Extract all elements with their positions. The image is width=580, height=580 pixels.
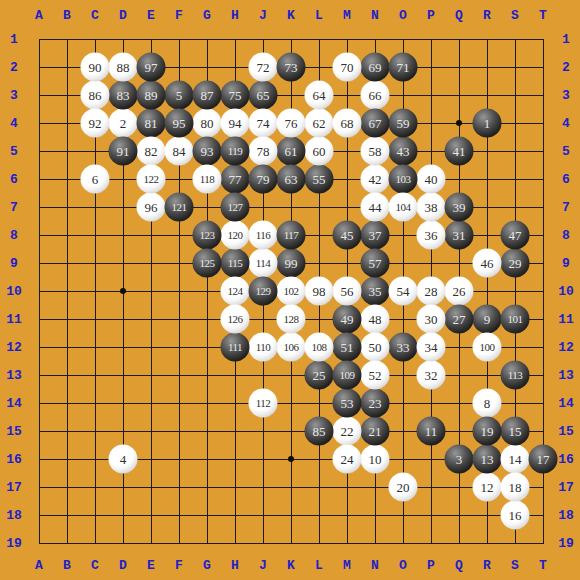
stone-N14[interactable]: 23 — [361, 389, 390, 418]
move-number: 41 — [453, 145, 466, 158]
stone-T16[interactable]: 17 — [529, 445, 558, 474]
move-number: 70 — [341, 61, 354, 74]
stone-J14[interactable]: 112 — [249, 389, 278, 418]
stone-N6[interactable]: 42 — [361, 165, 390, 194]
move-number: 42 — [369, 173, 382, 186]
move-number: 29 — [509, 257, 522, 270]
row-label-right-5: 5 — [562, 145, 570, 158]
move-number: 58 — [369, 145, 382, 158]
stone-H8[interactable]: 120 — [221, 221, 250, 250]
move-number: 94 — [229, 117, 242, 130]
move-number: 69 — [369, 61, 382, 74]
move-number: 100 — [480, 342, 495, 353]
star-point-D10 — [120, 288, 126, 294]
move-number: 111 — [228, 342, 242, 353]
col-label-top-F: F — [175, 9, 183, 22]
stone-O2[interactable]: 71 — [389, 53, 418, 82]
stone-H11[interactable]: 126 — [221, 305, 250, 334]
move-number: 65 — [257, 89, 270, 102]
stone-H12[interactable]: 111 — [221, 333, 250, 362]
stone-N2[interactable]: 69 — [361, 53, 390, 82]
move-number: 55 — [313, 173, 326, 186]
stone-R14[interactable]: 8 — [473, 389, 502, 418]
col-label-bottom-T: T — [539, 559, 547, 572]
grid-line-horizontal — [39, 403, 544, 404]
col-label-bottom-N: N — [371, 559, 379, 572]
move-number: 21 — [369, 425, 382, 438]
move-number: 43 — [397, 145, 410, 158]
stone-O10[interactable]: 54 — [389, 277, 418, 306]
move-number: 13 — [481, 453, 494, 466]
move-number: 86 — [89, 89, 102, 102]
stone-K12[interactable]: 106 — [277, 333, 306, 362]
move-number: 117 — [284, 230, 299, 241]
stone-D2[interactable]: 88 — [109, 53, 138, 82]
col-label-top-S: S — [511, 9, 519, 22]
stone-K6[interactable]: 63 — [277, 165, 306, 194]
stone-R9[interactable]: 46 — [473, 249, 502, 278]
stone-J4[interactable]: 74 — [249, 109, 278, 138]
stone-M13[interactable]: 109 — [333, 361, 362, 390]
row-label-right-7: 7 — [562, 201, 570, 214]
stone-E6[interactable]: 122 — [137, 165, 166, 194]
stone-D4[interactable]: 2 — [109, 109, 138, 138]
move-number: 39 — [453, 201, 466, 214]
stone-L15[interactable]: 85 — [305, 417, 334, 446]
row-label-left-8: 8 — [10, 229, 18, 242]
row-label-left-18: 18 — [6, 509, 22, 522]
stone-M8[interactable]: 45 — [333, 221, 362, 250]
stone-M16[interactable]: 24 — [333, 445, 362, 474]
move-number: 48 — [369, 313, 382, 326]
move-number: 109 — [340, 370, 355, 381]
stone-R15[interactable]: 19 — [473, 417, 502, 446]
move-number: 56 — [341, 285, 354, 298]
stone-D3[interactable]: 83 — [109, 81, 138, 110]
move-number: 84 — [173, 145, 186, 158]
move-number: 67 — [369, 117, 382, 130]
col-label-bottom-F: F — [175, 559, 183, 572]
stone-L4[interactable]: 62 — [305, 109, 334, 138]
row-label-right-6: 6 — [562, 173, 570, 186]
stone-M15[interactable]: 22 — [333, 417, 362, 446]
move-number: 125 — [200, 258, 215, 269]
row-label-right-14: 14 — [558, 397, 574, 410]
stone-F3[interactable]: 5 — [165, 81, 194, 110]
stone-S15[interactable]: 15 — [501, 417, 530, 446]
stone-M11[interactable]: 49 — [333, 305, 362, 334]
stone-L10[interactable]: 98 — [305, 277, 334, 306]
stone-N4[interactable]: 67 — [361, 109, 390, 138]
col-label-top-P: P — [427, 9, 435, 22]
stone-S13[interactable]: 113 — [501, 361, 530, 390]
stone-L3[interactable]: 64 — [305, 81, 334, 110]
row-label-left-9: 9 — [10, 257, 18, 270]
stone-Q16[interactable]: 3 — [445, 445, 474, 474]
row-label-left-16: 16 — [6, 453, 22, 466]
move-number: 40 — [425, 173, 438, 186]
stone-N10[interactable]: 35 — [361, 277, 390, 306]
move-number: 8 — [484, 397, 491, 410]
move-number: 33 — [397, 341, 410, 354]
move-number: 83 — [117, 89, 130, 102]
stone-R12[interactable]: 100 — [473, 333, 502, 362]
row-label-right-12: 12 — [558, 341, 574, 354]
stone-M14[interactable]: 53 — [333, 389, 362, 418]
move-number: 63 — [285, 173, 298, 186]
move-number: 101 — [508, 314, 523, 325]
col-label-top-C: C — [91, 9, 99, 22]
move-number: 27 — [453, 313, 466, 326]
move-number: 53 — [341, 397, 354, 410]
col-label-top-O: O — [399, 9, 407, 22]
stone-J12[interactable]: 110 — [249, 333, 278, 362]
row-label-right-10: 10 — [558, 285, 574, 298]
move-number: 24 — [341, 453, 354, 466]
move-number: 9 — [484, 313, 491, 326]
row-label-left-2: 2 — [10, 61, 18, 74]
col-label-top-L: L — [315, 9, 323, 22]
stone-S9[interactable]: 29 — [501, 249, 530, 278]
stone-L12[interactable]: 108 — [305, 333, 334, 362]
stone-S11[interactable]: 101 — [501, 305, 530, 334]
col-label-bottom-Q: Q — [455, 559, 463, 572]
move-number: 85 — [313, 425, 326, 438]
stone-N15[interactable]: 21 — [361, 417, 390, 446]
stone-S17[interactable]: 18 — [501, 473, 530, 502]
stone-O4[interactable]: 59 — [389, 109, 418, 138]
row-label-right-8: 8 — [562, 229, 570, 242]
stone-J6[interactable]: 79 — [249, 165, 278, 194]
move-number: 12 — [481, 481, 494, 494]
stone-H7[interactable]: 127 — [221, 193, 250, 222]
stone-N5[interactable]: 58 — [361, 137, 390, 166]
move-number: 3 — [456, 453, 463, 466]
stone-S8[interactable]: 47 — [501, 221, 530, 250]
stone-C3[interactable]: 86 — [81, 81, 110, 110]
row-label-left-1: 1 — [10, 33, 18, 46]
move-number: 116 — [256, 230, 271, 241]
col-label-bottom-L: L — [315, 559, 323, 572]
move-number: 10 — [369, 453, 382, 466]
move-number: 25 — [313, 369, 326, 382]
stone-N9[interactable]: 57 — [361, 249, 390, 278]
stone-O6[interactable]: 103 — [389, 165, 418, 194]
stone-K10[interactable]: 102 — [277, 277, 306, 306]
stone-P15[interactable]: 11 — [417, 417, 446, 446]
move-number: 77 — [229, 173, 242, 186]
move-number: 78 — [257, 145, 270, 158]
stone-L5[interactable]: 60 — [305, 137, 334, 166]
stone-F5[interactable]: 84 — [165, 137, 194, 166]
move-number: 20 — [397, 481, 410, 494]
stone-O5[interactable]: 43 — [389, 137, 418, 166]
stone-M12[interactable]: 51 — [333, 333, 362, 362]
stone-N12[interactable]: 50 — [361, 333, 390, 362]
stone-S18[interactable]: 16 — [501, 501, 530, 530]
stone-M4[interactable]: 68 — [333, 109, 362, 138]
stone-G5[interactable]: 93 — [193, 137, 222, 166]
row-label-right-13: 13 — [558, 369, 574, 382]
stone-H6[interactable]: 77 — [221, 165, 250, 194]
move-number: 23 — [369, 397, 382, 410]
stone-J8[interactable]: 116 — [249, 221, 278, 250]
move-number: 57 — [369, 257, 382, 270]
stone-G8[interactable]: 123 — [193, 221, 222, 250]
col-label-top-T: T — [539, 9, 547, 22]
col-label-bottom-E: E — [147, 559, 155, 572]
move-number: 97 — [145, 61, 158, 74]
stone-K9[interactable]: 99 — [277, 249, 306, 278]
move-number: 103 — [396, 174, 411, 185]
stone-G9[interactable]: 125 — [193, 249, 222, 278]
stone-K11[interactable]: 128 — [277, 305, 306, 334]
stone-J10[interactable]: 129 — [249, 277, 278, 306]
stone-R17[interactable]: 12 — [473, 473, 502, 502]
stone-O7[interactable]: 104 — [389, 193, 418, 222]
row-label-left-5: 5 — [10, 145, 18, 158]
col-label-bottom-C: C — [91, 559, 99, 572]
move-number: 110 — [256, 342, 271, 353]
stone-H3[interactable]: 75 — [221, 81, 250, 110]
stone-L6[interactable]: 55 — [305, 165, 334, 194]
stone-E3[interactable]: 89 — [137, 81, 166, 110]
stone-J9[interactable]: 114 — [249, 249, 278, 278]
stone-D16[interactable]: 4 — [109, 445, 138, 474]
move-number: 74 — [257, 117, 270, 130]
stone-E4[interactable]: 81 — [137, 109, 166, 138]
stone-Q5[interactable]: 41 — [445, 137, 474, 166]
move-number: 114 — [256, 258, 271, 269]
move-number: 92 — [89, 117, 102, 130]
row-label-right-2: 2 — [562, 61, 570, 74]
move-number: 46 — [481, 257, 494, 270]
stone-H10[interactable]: 124 — [221, 277, 250, 306]
grid-line-horizontal — [39, 375, 544, 376]
stone-N16[interactable]: 10 — [361, 445, 390, 474]
row-label-right-1: 1 — [562, 33, 570, 46]
stone-H5[interactable]: 119 — [221, 137, 250, 166]
stone-P8[interactable]: 36 — [417, 221, 446, 250]
move-number: 60 — [313, 145, 326, 158]
row-label-right-3: 3 — [562, 89, 570, 102]
move-number: 28 — [425, 285, 438, 298]
stone-Q7[interactable]: 39 — [445, 193, 474, 222]
stone-D5[interactable]: 91 — [109, 137, 138, 166]
row-label-left-3: 3 — [10, 89, 18, 102]
grid-line-horizontal — [39, 431, 544, 432]
move-number: 104 — [396, 202, 411, 213]
col-label-bottom-R: R — [483, 559, 491, 572]
move-number: 72 — [257, 61, 270, 74]
stone-P13[interactable]: 32 — [417, 361, 446, 390]
stone-S16[interactable]: 14 — [501, 445, 530, 474]
col-label-top-B: B — [63, 9, 71, 22]
move-number: 112 — [256, 398, 271, 409]
stone-P10[interactable]: 28 — [417, 277, 446, 306]
move-number: 66 — [369, 89, 382, 102]
stone-F4[interactable]: 95 — [165, 109, 194, 138]
move-number: 99 — [285, 257, 298, 270]
stone-G4[interactable]: 80 — [193, 109, 222, 138]
move-number: 80 — [201, 117, 214, 130]
stone-H9[interactable]: 115 — [221, 249, 250, 278]
col-label-top-D: D — [119, 9, 127, 22]
move-number: 38 — [425, 201, 438, 214]
move-number: 88 — [117, 61, 130, 74]
move-number: 91 — [117, 145, 130, 158]
stone-K8[interactable]: 117 — [277, 221, 306, 250]
col-label-bottom-K: K — [287, 559, 295, 572]
stone-H4[interactable]: 94 — [221, 109, 250, 138]
move-number: 47 — [509, 229, 522, 242]
stone-K2[interactable]: 73 — [277, 53, 306, 82]
row-label-left-17: 17 — [6, 481, 22, 494]
row-label-left-11: 11 — [6, 313, 22, 326]
stone-C2[interactable]: 90 — [81, 53, 110, 82]
move-number: 5 — [176, 89, 183, 102]
move-number: 90 — [89, 61, 102, 74]
row-label-left-10: 10 — [6, 285, 22, 298]
move-number: 122 — [144, 174, 159, 185]
move-number: 61 — [285, 145, 298, 158]
row-label-left-14: 14 — [6, 397, 22, 410]
col-label-bottom-J: J — [259, 559, 267, 572]
stone-C4[interactable]: 92 — [81, 109, 110, 138]
move-number: 34 — [425, 341, 438, 354]
col-label-bottom-G: G — [203, 559, 211, 572]
stone-O12[interactable]: 33 — [389, 333, 418, 362]
stone-O17[interactable]: 20 — [389, 473, 418, 502]
stone-J5[interactable]: 78 — [249, 137, 278, 166]
move-number: 79 — [257, 173, 270, 186]
move-number: 82 — [145, 145, 158, 158]
move-number: 87 — [201, 89, 214, 102]
col-label-top-J: J — [259, 9, 267, 22]
stone-N11[interactable]: 48 — [361, 305, 390, 334]
stone-N8[interactable]: 37 — [361, 221, 390, 250]
move-number: 31 — [453, 229, 466, 242]
stone-E5[interactable]: 82 — [137, 137, 166, 166]
stone-N13[interactable]: 52 — [361, 361, 390, 390]
col-label-bottom-D: D — [119, 559, 127, 572]
col-label-bottom-S: S — [511, 559, 519, 572]
move-number: 37 — [369, 229, 382, 242]
col-label-bottom-O: O — [399, 559, 407, 572]
col-label-top-G: G — [203, 9, 211, 22]
move-number: 32 — [425, 369, 438, 382]
stone-E2[interactable]: 97 — [137, 53, 166, 82]
move-number: 2 — [120, 117, 127, 130]
row-label-right-9: 9 — [562, 257, 570, 270]
stone-Q8[interactable]: 31 — [445, 221, 474, 250]
stone-E7[interactable]: 96 — [137, 193, 166, 222]
col-label-bottom-M: M — [343, 559, 351, 572]
stone-F7[interactable]: 121 — [165, 193, 194, 222]
stone-J3[interactable]: 65 — [249, 81, 278, 110]
row-label-right-11: 11 — [558, 313, 574, 326]
stone-P12[interactable]: 34 — [417, 333, 446, 362]
move-number: 52 — [369, 369, 382, 382]
stone-P11[interactable]: 30 — [417, 305, 446, 334]
move-number: 36 — [425, 229, 438, 242]
move-number: 64 — [313, 89, 326, 102]
stone-P6[interactable]: 40 — [417, 165, 446, 194]
move-number: 51 — [341, 341, 354, 354]
move-number: 17 — [537, 453, 550, 466]
move-number: 35 — [369, 285, 382, 298]
grid-line-horizontal — [39, 543, 544, 544]
row-label-left-19: 19 — [6, 537, 22, 550]
col-label-top-M: M — [343, 9, 351, 22]
row-label-right-17: 17 — [558, 481, 574, 494]
move-number: 15 — [509, 425, 522, 438]
col-label-bottom-B: B — [63, 559, 71, 572]
row-label-right-18: 18 — [558, 509, 574, 522]
move-number: 45 — [341, 229, 354, 242]
col-label-bottom-H: H — [231, 559, 239, 572]
stone-K4[interactable]: 76 — [277, 109, 306, 138]
col-label-bottom-A: A — [35, 559, 43, 572]
star-point-Q4 — [456, 120, 462, 126]
col-label-top-K: K — [287, 9, 295, 22]
move-number: 108 — [312, 342, 327, 353]
stone-Q11[interactable]: 27 — [445, 305, 474, 334]
move-number: 76 — [285, 117, 298, 130]
row-label-right-15: 15 — [558, 425, 574, 438]
stone-P7[interactable]: 38 — [417, 193, 446, 222]
stone-M10[interactable]: 56 — [333, 277, 362, 306]
move-number: 14 — [509, 453, 522, 466]
move-number: 59 — [397, 117, 410, 130]
move-number: 119 — [228, 146, 243, 157]
go-board[interactable]: AABBCCDDEEFFGGHHJJKKLLMMNNOOPPQQRRSSTT11… — [0, 0, 580, 580]
move-number: 127 — [228, 202, 243, 213]
stone-R16[interactable]: 13 — [473, 445, 502, 474]
star-point-K16 — [288, 456, 294, 462]
move-number: 93 — [201, 145, 214, 158]
move-number: 75 — [229, 89, 242, 102]
move-number: 73 — [285, 61, 298, 74]
stone-N7[interactable]: 44 — [361, 193, 390, 222]
stone-M2[interactable]: 70 — [333, 53, 362, 82]
move-number: 16 — [509, 509, 522, 522]
stone-R11[interactable]: 9 — [473, 305, 502, 334]
row-label-left-15: 15 — [6, 425, 22, 438]
move-number: 120 — [228, 230, 243, 241]
move-number: 118 — [200, 174, 215, 185]
stone-K5[interactable]: 61 — [277, 137, 306, 166]
move-number: 11 — [425, 425, 438, 438]
col-label-top-R: R — [483, 9, 491, 22]
stone-C6[interactable]: 6 — [81, 165, 110, 194]
stone-R4[interactable]: 1 — [473, 109, 502, 138]
stone-J2[interactable]: 72 — [249, 53, 278, 82]
move-number: 129 — [256, 286, 271, 297]
move-number: 106 — [284, 342, 299, 353]
stone-G6[interactable]: 118 — [193, 165, 222, 194]
stone-L13[interactable]: 25 — [305, 361, 334, 390]
move-number: 1 — [484, 117, 491, 130]
stone-Q10[interactable]: 26 — [445, 277, 474, 306]
stone-G3[interactable]: 87 — [193, 81, 222, 110]
move-number: 102 — [284, 286, 299, 297]
stone-N3[interactable]: 66 — [361, 81, 390, 110]
move-number: 128 — [284, 314, 299, 325]
move-number: 62 — [313, 117, 326, 130]
move-number: 18 — [509, 481, 522, 494]
move-number: 89 — [145, 89, 158, 102]
